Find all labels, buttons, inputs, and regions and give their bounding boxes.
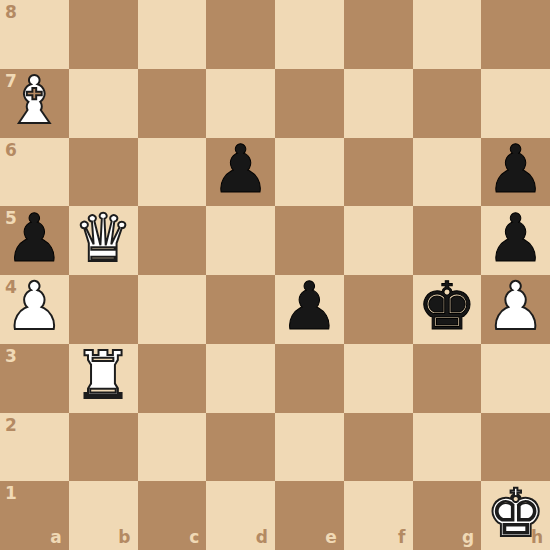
square-c3[interactable] [138, 344, 207, 413]
square-a3[interactable]: 3 [0, 344, 69, 413]
square-h5[interactable]: ♟ [481, 206, 550, 275]
square-g8[interactable] [413, 0, 482, 69]
file-label-d: d [256, 529, 268, 546]
square-h4[interactable]: ♟ [481, 275, 550, 344]
square-c1[interactable]: c [138, 481, 207, 550]
file-label-b: b [118, 529, 130, 546]
rank-label-1: 1 [5, 485, 17, 502]
white-bishop-piece[interactable]: ♝ [5, 67, 64, 135]
white-queen-piece[interactable]: ♛ [74, 205, 133, 273]
black-pawn-piece[interactable]: ♟ [5, 205, 64, 273]
file-label-e: e [325, 529, 337, 546]
square-d8[interactable] [206, 0, 275, 69]
square-f5[interactable] [344, 206, 413, 275]
square-b2[interactable] [69, 413, 138, 482]
square-b8[interactable] [69, 0, 138, 69]
square-b7[interactable] [69, 69, 138, 138]
white-pawn-piece[interactable]: ♟ [486, 273, 545, 341]
square-f6[interactable] [344, 138, 413, 207]
square-c2[interactable] [138, 413, 207, 482]
square-e2[interactable] [275, 413, 344, 482]
square-a4[interactable]: 4♟ [0, 275, 69, 344]
file-label-c: c [189, 529, 199, 546]
square-h8[interactable] [481, 0, 550, 69]
square-g7[interactable] [413, 69, 482, 138]
white-rook-piece[interactable]: ♜ [74, 342, 133, 410]
square-g5[interactable] [413, 206, 482, 275]
black-king-piece[interactable]: ♚ [417, 273, 476, 341]
square-g2[interactable] [413, 413, 482, 482]
square-a2[interactable]: 2 [0, 413, 69, 482]
rank-label-8: 8 [5, 4, 17, 21]
square-c8[interactable] [138, 0, 207, 69]
file-label-a: a [50, 529, 61, 546]
square-d1[interactable]: d [206, 481, 275, 550]
file-label-g: g [462, 529, 474, 546]
square-g3[interactable] [413, 344, 482, 413]
square-h1[interactable]: h♚ [481, 481, 550, 550]
square-a6[interactable]: 6 [0, 138, 69, 207]
square-h6[interactable]: ♟ [481, 138, 550, 207]
square-d3[interactable] [206, 344, 275, 413]
rank-label-3: 3 [5, 348, 17, 365]
square-c6[interactable] [138, 138, 207, 207]
square-b6[interactable] [69, 138, 138, 207]
black-pawn-piece[interactable]: ♟ [280, 273, 339, 341]
square-b4[interactable] [69, 275, 138, 344]
square-d5[interactable] [206, 206, 275, 275]
square-g1[interactable]: g [413, 481, 482, 550]
black-pawn-piece[interactable]: ♟ [486, 136, 545, 204]
black-pawn-piece[interactable]: ♟ [211, 136, 270, 204]
square-d4[interactable] [206, 275, 275, 344]
square-f8[interactable] [344, 0, 413, 69]
square-f3[interactable] [344, 344, 413, 413]
square-h2[interactable] [481, 413, 550, 482]
square-e6[interactable] [275, 138, 344, 207]
square-b5[interactable]: ♛ [69, 206, 138, 275]
square-c5[interactable] [138, 206, 207, 275]
square-h7[interactable] [481, 69, 550, 138]
square-d7[interactable] [206, 69, 275, 138]
square-a8[interactable]: 8 [0, 0, 69, 69]
square-d2[interactable] [206, 413, 275, 482]
square-g4[interactable]: ♚ [413, 275, 482, 344]
white-king-piece[interactable]: ♚ [486, 480, 545, 548]
square-c4[interactable] [138, 275, 207, 344]
rank-label-6: 6 [5, 142, 17, 159]
square-f1[interactable]: f [344, 481, 413, 550]
square-h3[interactable] [481, 344, 550, 413]
square-d6[interactable]: ♟ [206, 138, 275, 207]
square-e5[interactable] [275, 206, 344, 275]
square-f4[interactable] [344, 275, 413, 344]
square-g6[interactable] [413, 138, 482, 207]
square-e8[interactable] [275, 0, 344, 69]
square-e1[interactable]: e [275, 481, 344, 550]
square-e4[interactable]: ♟ [275, 275, 344, 344]
square-f2[interactable] [344, 413, 413, 482]
square-c7[interactable] [138, 69, 207, 138]
file-label-f: f [398, 529, 405, 546]
rank-label-2: 2 [5, 417, 17, 434]
black-pawn-piece[interactable]: ♟ [486, 205, 545, 273]
square-a5[interactable]: 5♟ [0, 206, 69, 275]
square-f7[interactable] [344, 69, 413, 138]
square-a7[interactable]: 7♝ [0, 69, 69, 138]
square-e3[interactable] [275, 344, 344, 413]
square-b3[interactable]: ♜ [69, 344, 138, 413]
square-e7[interactable] [275, 69, 344, 138]
square-b1[interactable]: b [69, 481, 138, 550]
chess-board: 87♝6♟♟5♟♛♟4♟♟♚♟3♜21abcdefgh♚ [0, 0, 550, 550]
square-a1[interactable]: 1a [0, 481, 69, 550]
white-pawn-piece[interactable]: ♟ [5, 273, 64, 341]
